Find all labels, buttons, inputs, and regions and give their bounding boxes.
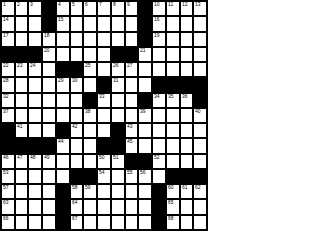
white-cell[interactable]	[126, 185, 138, 198]
black-cell	[139, 2, 151, 15]
white-cell[interactable]: 23	[16, 63, 28, 76]
white-cell[interactable]: 28	[2, 78, 14, 91]
black-cell	[2, 139, 14, 152]
white-cell[interactable]: 17	[2, 33, 14, 46]
clue-number: 43	[127, 124, 133, 129]
white-cell[interactable]	[71, 139, 83, 152]
black-cell	[167, 170, 179, 183]
white-cell[interactable]: 6	[84, 2, 96, 15]
clue-number: 33	[99, 94, 105, 99]
clue-number: 13	[195, 2, 201, 7]
white-cell[interactable]: 13	[194, 2, 206, 15]
white-cell[interactable]: 30	[71, 78, 83, 91]
white-cell[interactable]	[71, 109, 83, 122]
white-cell[interactable]	[71, 48, 83, 61]
clue-number: 45	[127, 139, 133, 144]
white-cell[interactable]	[43, 63, 55, 76]
black-cell	[139, 155, 151, 168]
white-cell[interactable]	[139, 124, 151, 137]
clue-number: 20	[44, 48, 50, 53]
white-cell[interactable]	[98, 200, 110, 213]
clue-number: 15	[58, 17, 64, 22]
clue-number: 19	[154, 33, 160, 38]
black-cell	[194, 170, 206, 183]
white-cell[interactable]	[84, 48, 96, 61]
black-cell	[194, 94, 206, 107]
black-cell	[71, 63, 83, 76]
white-cell[interactable]	[194, 139, 206, 152]
white-cell[interactable]	[194, 155, 206, 168]
white-cell[interactable]	[29, 33, 41, 46]
clue-number: 67	[72, 216, 78, 221]
clue-number: 4	[58, 2, 61, 7]
clue-number: 37	[3, 109, 9, 114]
black-cell	[57, 124, 69, 137]
white-cell[interactable]: 37	[2, 109, 14, 122]
black-cell	[181, 78, 193, 91]
white-cell[interactable]	[139, 216, 151, 229]
white-cell[interactable]: 5	[71, 2, 83, 15]
black-cell	[71, 170, 83, 183]
clue-number: 17	[3, 33, 9, 38]
clue-number: 60	[168, 185, 174, 190]
white-cell[interactable]	[29, 124, 41, 137]
white-cell[interactable]: 66	[2, 216, 14, 229]
clue-number: 42	[72, 124, 78, 129]
clue-number: 1	[3, 2, 6, 7]
white-cell[interactable]: 25	[84, 63, 96, 76]
clue-number: 16	[154, 17, 160, 22]
white-cell[interactable]	[98, 17, 110, 30]
clue-number: 59	[85, 185, 91, 190]
clue-number: 53	[3, 170, 9, 175]
white-cell[interactable]	[153, 63, 165, 76]
white-cell[interactable]: 3	[29, 2, 41, 15]
black-cell	[29, 48, 41, 61]
clue-number: 39	[140, 109, 146, 114]
white-cell[interactable]	[139, 139, 151, 152]
black-cell	[126, 155, 138, 168]
white-cell[interactable]	[153, 109, 165, 122]
white-cell[interactable]: 54	[98, 170, 110, 183]
white-cell[interactable]	[139, 185, 151, 198]
clue-number: 68	[168, 216, 174, 221]
white-cell[interactable]	[194, 124, 206, 137]
white-cell[interactable]: 57	[2, 185, 14, 198]
clue-number: 31	[113, 78, 119, 83]
white-cell[interactable]	[29, 185, 41, 198]
clue-number: 9	[127, 2, 130, 7]
clue-number: 55	[127, 170, 133, 175]
white-cell[interactable]	[57, 94, 69, 107]
white-cell[interactable]	[43, 94, 55, 107]
white-cell[interactable]: 60	[167, 185, 179, 198]
white-cell[interactable]: 51	[112, 155, 124, 168]
white-cell[interactable]	[16, 94, 28, 107]
white-cell[interactable]	[98, 216, 110, 229]
white-cell[interactable]: 35	[167, 94, 179, 107]
white-cell[interactable]	[98, 63, 110, 76]
white-cell[interactable]: 18	[43, 33, 55, 46]
white-cell[interactable]	[194, 17, 206, 30]
clue-number: 30	[72, 78, 78, 83]
white-cell[interactable]	[112, 216, 124, 229]
clue-number: 12	[182, 2, 188, 7]
white-cell[interactable]	[181, 216, 193, 229]
clue-number: 24	[30, 63, 36, 68]
white-cell[interactable]: 49	[43, 155, 55, 168]
black-cell	[167, 78, 179, 91]
white-cell[interactable]	[57, 170, 69, 183]
clue-number: 14	[3, 17, 9, 22]
white-cell[interactable]	[71, 33, 83, 46]
clue-number: 58	[72, 185, 78, 190]
white-cell[interactable]: 11	[167, 2, 179, 15]
white-cell[interactable]	[112, 109, 124, 122]
white-cell[interactable]	[16, 33, 28, 46]
white-cell[interactable]	[16, 17, 28, 30]
black-cell	[98, 78, 110, 91]
black-cell	[43, 139, 55, 152]
black-cell	[43, 17, 55, 30]
white-cell[interactable]	[181, 33, 193, 46]
white-cell[interactable]	[112, 33, 124, 46]
clue-number: 54	[99, 170, 105, 175]
white-cell[interactable]	[181, 124, 193, 137]
black-cell	[2, 124, 14, 137]
white-cell[interactable]	[167, 109, 179, 122]
white-cell[interactable]: 68	[167, 216, 179, 229]
white-cell[interactable]	[126, 216, 138, 229]
black-cell	[57, 216, 69, 229]
white-cell[interactable]	[167, 17, 179, 30]
clue-number: 18	[44, 33, 50, 38]
white-cell[interactable]	[139, 200, 151, 213]
white-cell[interactable]: 61	[181, 185, 193, 198]
white-cell[interactable]	[167, 139, 179, 152]
white-cell[interactable]	[181, 109, 193, 122]
white-cell[interactable]: 32	[2, 94, 14, 107]
black-cell	[84, 94, 96, 107]
white-cell[interactable]: 21	[139, 48, 151, 61]
white-cell[interactable]: 52	[153, 155, 165, 168]
white-cell[interactable]	[126, 94, 138, 107]
white-cell[interactable]	[181, 63, 193, 76]
black-cell	[16, 48, 28, 61]
clue-number: 44	[58, 139, 64, 144]
clue-number: 65	[168, 200, 174, 205]
clue-number: 10	[154, 2, 160, 7]
black-cell	[112, 124, 124, 137]
white-cell[interactable]: 19	[153, 33, 165, 46]
white-cell[interactable]	[16, 200, 28, 213]
white-cell[interactable]: 48	[29, 155, 41, 168]
white-cell[interactable]	[167, 33, 179, 46]
clue-number: 2	[17, 2, 20, 7]
white-cell[interactable]: 20	[43, 48, 55, 61]
white-cell[interactable]	[71, 17, 83, 30]
black-cell	[139, 33, 151, 46]
white-cell[interactable]	[194, 33, 206, 46]
white-cell[interactable]	[194, 63, 206, 76]
clue-number: 22	[3, 63, 9, 68]
white-cell[interactable]	[126, 17, 138, 30]
white-cell[interactable]	[167, 63, 179, 76]
white-cell[interactable]: 40	[194, 109, 206, 122]
clue-number: 41	[17, 124, 23, 129]
white-cell[interactable]: 8	[112, 2, 124, 15]
white-cell[interactable]	[43, 200, 55, 213]
clue-number: 48	[30, 155, 36, 160]
clue-number: 7	[99, 2, 102, 7]
white-cell[interactable]: 62	[194, 185, 206, 198]
white-cell[interactable]	[167, 48, 179, 61]
black-cell	[194, 78, 206, 91]
white-cell[interactable]: 4	[57, 2, 69, 15]
black-cell	[126, 48, 138, 61]
white-cell[interactable]: 42	[71, 124, 83, 137]
white-cell[interactable]	[57, 48, 69, 61]
white-cell[interactable]: 45	[126, 139, 138, 152]
clue-number: 38	[85, 109, 91, 114]
clue-number: 27	[127, 63, 133, 68]
white-cell[interactable]	[16, 170, 28, 183]
clue-number: 5	[72, 2, 75, 7]
black-cell	[153, 78, 165, 91]
white-cell[interactable]	[153, 139, 165, 152]
black-cell	[139, 17, 151, 30]
white-cell[interactable]: 34	[153, 94, 165, 107]
black-cell	[181, 170, 193, 183]
white-cell[interactable]: 56	[139, 170, 151, 183]
white-cell[interactable]	[112, 200, 124, 213]
white-cell[interactable]: 44	[57, 139, 69, 152]
white-cell[interactable]	[84, 200, 96, 213]
black-cell	[153, 200, 165, 213]
white-cell[interactable]	[43, 78, 55, 91]
white-cell[interactable]: 24	[29, 63, 41, 76]
clue-number: 40	[195, 109, 201, 114]
white-cell[interactable]	[43, 124, 55, 137]
black-cell	[43, 2, 55, 15]
white-cell[interactable]	[84, 155, 96, 168]
white-cell[interactable]	[126, 109, 138, 122]
white-cell[interactable]	[57, 33, 69, 46]
clue-number: 46	[3, 155, 9, 160]
white-cell[interactable]	[98, 185, 110, 198]
white-cell[interactable]: 64	[71, 200, 83, 213]
white-cell[interactable]	[29, 17, 41, 30]
clue-number: 57	[3, 185, 9, 190]
white-cell[interactable]	[139, 78, 151, 91]
black-cell	[84, 170, 96, 183]
white-cell[interactable]: 16	[153, 17, 165, 30]
white-cell[interactable]	[194, 48, 206, 61]
white-cell[interactable]	[84, 216, 96, 229]
clue-number: 51	[113, 155, 119, 160]
clue-number: 29	[58, 78, 64, 83]
white-cell[interactable]	[16, 78, 28, 91]
white-cell[interactable]: 26	[112, 63, 124, 76]
white-cell[interactable]	[126, 200, 138, 213]
black-cell	[98, 139, 110, 152]
black-cell	[112, 139, 124, 152]
white-cell[interactable]: 39	[139, 109, 151, 122]
white-cell[interactable]: 55	[126, 170, 138, 183]
clue-number: 52	[154, 155, 160, 160]
clue-number: 64	[72, 200, 78, 205]
white-cell[interactable]	[57, 109, 69, 122]
white-cell[interactable]	[71, 155, 83, 168]
white-cell[interactable]	[181, 155, 193, 168]
white-cell[interactable]	[43, 170, 55, 183]
white-cell[interactable]: 43	[126, 124, 138, 137]
white-cell[interactable]: 67	[71, 216, 83, 229]
white-cell[interactable]: 65	[167, 200, 179, 213]
white-cell[interactable]	[167, 124, 179, 137]
white-cell[interactable]	[57, 155, 69, 168]
clue-number: 11	[168, 2, 173, 7]
black-cell	[57, 185, 69, 198]
white-cell[interactable]	[112, 170, 124, 183]
white-cell[interactable]: 9	[126, 2, 138, 15]
black-cell	[139, 94, 151, 107]
clue-number: 63	[3, 200, 9, 205]
white-cell[interactable]	[126, 78, 138, 91]
white-cell[interactable]	[43, 216, 55, 229]
black-cell	[16, 139, 28, 152]
crossword-grid: 1234567891011121314151617181920212223242…	[0, 0, 208, 231]
white-cell[interactable]: 22	[2, 63, 14, 76]
white-cell[interactable]	[84, 78, 96, 91]
white-cell[interactable]	[98, 124, 110, 137]
white-cell[interactable]	[112, 17, 124, 30]
white-cell[interactable]	[181, 48, 193, 61]
white-cell[interactable]	[181, 17, 193, 30]
clue-number: 35	[168, 94, 174, 99]
white-cell[interactable]	[29, 78, 41, 91]
clue-number: 34	[154, 94, 160, 99]
white-cell[interactable]: 15	[57, 17, 69, 30]
white-cell[interactable]: 47	[16, 155, 28, 168]
white-cell[interactable]: 36	[181, 94, 193, 107]
black-cell	[112, 48, 124, 61]
white-cell[interactable]	[43, 185, 55, 198]
white-cell[interactable]	[29, 200, 41, 213]
white-cell[interactable]	[29, 94, 41, 107]
clue-number: 28	[3, 78, 9, 83]
black-cell	[2, 48, 14, 61]
white-cell[interactable]	[98, 48, 110, 61]
white-cell[interactable]: 53	[2, 170, 14, 183]
clue-number: 47	[17, 155, 23, 160]
white-cell[interactable]	[153, 48, 165, 61]
white-cell[interactable]	[16, 109, 28, 122]
white-cell[interactable]: 58	[71, 185, 83, 198]
white-cell[interactable]	[29, 216, 41, 229]
white-cell[interactable]: 33	[98, 94, 110, 107]
white-cell[interactable]: 10	[153, 2, 165, 15]
white-cell[interactable]	[84, 17, 96, 30]
clue-number: 56	[140, 170, 146, 175]
white-cell[interactable]	[29, 109, 41, 122]
clue-number: 3	[30, 2, 33, 7]
white-cell[interactable]	[139, 63, 151, 76]
white-cell[interactable]: 46	[2, 155, 14, 168]
white-cell[interactable]	[16, 216, 28, 229]
white-cell[interactable]	[153, 124, 165, 137]
black-cell	[153, 185, 165, 198]
clue-number: 50	[99, 155, 105, 160]
clue-number: 23	[17, 63, 23, 68]
clue-number: 6	[85, 2, 88, 7]
black-cell	[29, 139, 41, 152]
white-cell[interactable]	[16, 185, 28, 198]
clue-number: 62	[195, 185, 201, 190]
clue-number: 8	[113, 2, 116, 7]
clue-number: 36	[182, 94, 188, 99]
white-cell[interactable]: 1	[2, 2, 14, 15]
white-cell[interactable]: 12	[181, 2, 193, 15]
white-cell[interactable]: 31	[112, 78, 124, 91]
white-cell[interactable]: 2	[16, 2, 28, 15]
white-cell[interactable]	[84, 139, 96, 152]
white-cell[interactable]	[112, 94, 124, 107]
white-cell[interactable]	[167, 155, 179, 168]
clue-number: 21	[140, 48, 146, 53]
white-cell[interactable]	[98, 33, 110, 46]
clue-number: 25	[85, 63, 91, 68]
white-cell[interactable]: 27	[126, 63, 138, 76]
white-cell[interactable]	[112, 185, 124, 198]
white-cell[interactable]: 63	[2, 200, 14, 213]
white-cell[interactable]: 50	[98, 155, 110, 168]
white-cell[interactable]	[71, 94, 83, 107]
white-cell[interactable]: 29	[57, 78, 69, 91]
white-cell[interactable]: 41	[16, 124, 28, 137]
black-cell	[57, 200, 69, 213]
white-cell[interactable]	[194, 216, 206, 229]
white-cell[interactable]	[126, 33, 138, 46]
white-cell[interactable]	[181, 139, 193, 152]
clue-number: 32	[3, 94, 9, 99]
white-cell[interactable]: 59	[84, 185, 96, 198]
white-cell[interactable]	[29, 170, 41, 183]
white-cell[interactable]: 14	[2, 17, 14, 30]
white-cell[interactable]	[98, 109, 110, 122]
white-cell[interactable]	[84, 33, 96, 46]
black-cell	[57, 63, 69, 76]
white-cell[interactable]	[181, 200, 193, 213]
white-cell[interactable]: 38	[84, 109, 96, 122]
clue-number: 49	[44, 155, 50, 160]
clue-number: 26	[113, 63, 119, 68]
white-cell[interactable]	[84, 124, 96, 137]
black-cell	[153, 216, 165, 229]
white-cell[interactable]	[43, 109, 55, 122]
crossword-puzzle: 1234567891011121314151617181920212223242…	[0, 0, 320, 231]
white-cell[interactable]: 7	[98, 2, 110, 15]
white-cell[interactable]	[194, 200, 206, 213]
white-cell[interactable]	[153, 170, 165, 183]
clue-number: 61	[182, 185, 188, 190]
clue-number: 66	[3, 216, 9, 221]
